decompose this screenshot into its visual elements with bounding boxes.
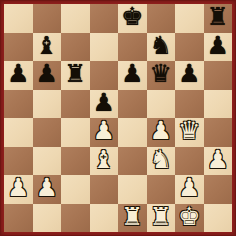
white-pawn-g2[interactable]: ♟ [178,175,200,202]
square-h1[interactable] [204,204,233,233]
white-pawn-d4[interactable]: ♟ [93,118,115,145]
square-f4[interactable]: ♟ [147,118,176,147]
square-e8[interactable]: ♚ [118,4,147,33]
square-h7[interactable]: ♟ [204,33,233,62]
black-queen-f6[interactable]: ♛ [150,61,172,88]
square-b4[interactable] [33,118,62,147]
square-c7[interactable] [61,33,90,62]
square-e4[interactable] [118,118,147,147]
chess-board: ♚♜♝♞♟♟♟♜♟♛♟♟♟♟♛♝♞♟♟♟♟♜♜♚ [4,4,232,232]
square-g5[interactable] [175,90,204,119]
black-rook-h8[interactable]: ♜ [207,4,229,31]
square-b7[interactable]: ♝ [33,33,62,62]
square-e6[interactable]: ♟ [118,61,147,90]
square-e1[interactable]: ♜ [118,204,147,233]
white-queen-g4[interactable]: ♛ [178,118,200,145]
square-a4[interactable] [4,118,33,147]
square-d3[interactable]: ♝ [90,147,119,176]
square-g3[interactable] [175,147,204,176]
square-c1[interactable] [61,204,90,233]
square-a5[interactable] [4,90,33,119]
black-pawn-e6[interactable]: ♟ [121,61,143,88]
square-f7[interactable]: ♞ [147,33,176,62]
black-pawn-a6[interactable]: ♟ [7,61,29,88]
square-g2[interactable]: ♟ [175,175,204,204]
square-a6[interactable]: ♟ [4,61,33,90]
square-e3[interactable] [118,147,147,176]
square-e5[interactable] [118,90,147,119]
square-h6[interactable] [204,61,233,90]
white-king-g1[interactable]: ♚ [178,204,200,231]
black-bishop-b7[interactable]: ♝ [36,33,58,60]
square-g1[interactable]: ♚ [175,204,204,233]
square-c4[interactable] [61,118,90,147]
white-knight-f3[interactable]: ♞ [150,147,172,174]
square-a1[interactable] [4,204,33,233]
square-b6[interactable]: ♟ [33,61,62,90]
square-h2[interactable] [204,175,233,204]
square-c2[interactable] [61,175,90,204]
square-b1[interactable] [33,204,62,233]
square-g7[interactable] [175,33,204,62]
square-a7[interactable] [4,33,33,62]
square-c8[interactable] [61,4,90,33]
white-rook-e1[interactable]: ♜ [121,204,143,231]
square-h5[interactable] [204,90,233,119]
square-b2[interactable]: ♟ [33,175,62,204]
square-f1[interactable]: ♜ [147,204,176,233]
square-c6[interactable]: ♜ [61,61,90,90]
square-d2[interactable] [90,175,119,204]
white-pawn-h3[interactable]: ♟ [207,147,229,174]
square-e2[interactable] [118,175,147,204]
square-b3[interactable] [33,147,62,176]
square-b8[interactable] [33,4,62,33]
square-f8[interactable] [147,4,176,33]
square-g4[interactable]: ♛ [175,118,204,147]
square-d6[interactable] [90,61,119,90]
white-rook-f1[interactable]: ♜ [150,204,172,231]
white-pawn-a2[interactable]: ♟ [7,175,29,202]
square-d4[interactable]: ♟ [90,118,119,147]
square-a3[interactable] [4,147,33,176]
square-d5[interactable]: ♟ [90,90,119,119]
square-g6[interactable]: ♟ [175,61,204,90]
black-pawn-h7[interactable]: ♟ [207,33,229,60]
square-f3[interactable]: ♞ [147,147,176,176]
square-h3[interactable]: ♟ [204,147,233,176]
square-c3[interactable] [61,147,90,176]
square-h8[interactable]: ♜ [204,4,233,33]
square-c5[interactable] [61,90,90,119]
square-a2[interactable]: ♟ [4,175,33,204]
square-b5[interactable] [33,90,62,119]
square-f2[interactable] [147,175,176,204]
white-pawn-b2[interactable]: ♟ [36,175,58,202]
black-king-e8[interactable]: ♚ [121,4,143,31]
chess-board-frame: ♚♜♝♞♟♟♟♜♟♛♟♟♟♟♛♝♞♟♟♟♟♜♜♚ [0,0,236,236]
square-d7[interactable] [90,33,119,62]
black-pawn-g6[interactable]: ♟ [178,61,200,88]
square-h4[interactable] [204,118,233,147]
black-pawn-b6[interactable]: ♟ [36,61,58,88]
square-g8[interactable] [175,4,204,33]
white-bishop-d3[interactable]: ♝ [93,147,115,174]
black-rook-c6[interactable]: ♜ [64,61,86,88]
square-f5[interactable] [147,90,176,119]
black-pawn-d5[interactable]: ♟ [93,90,115,117]
black-knight-f7[interactable]: ♞ [150,33,172,60]
square-e7[interactable] [118,33,147,62]
square-a8[interactable] [4,4,33,33]
square-d1[interactable] [90,204,119,233]
white-pawn-f4[interactable]: ♟ [150,118,172,145]
square-d8[interactable] [90,4,119,33]
square-f6[interactable]: ♛ [147,61,176,90]
